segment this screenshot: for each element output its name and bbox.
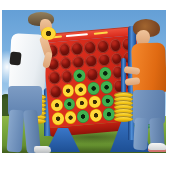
- right-player-arm: [124, 66, 141, 75]
- empty-hole: [71, 42, 84, 56]
- yellow-disc: [76, 96, 89, 110]
- right-player-sneaker: [148, 143, 166, 152]
- empty-hole: [96, 40, 109, 54]
- right-player-leg: [133, 118, 149, 151]
- green-disc: [100, 80, 113, 94]
- empty-hole: [72, 55, 85, 69]
- yellow-disc: [88, 95, 101, 109]
- held-yellow-disc: [41, 27, 56, 40]
- yellow-disc: [90, 109, 103, 123]
- yellow-disc: [75, 83, 88, 97]
- left-player: [2, 10, 72, 153]
- green-disc: [87, 81, 100, 95]
- left-player-sleeve-band: [9, 51, 21, 65]
- empty-hole: [84, 41, 97, 55]
- brand-marks: [94, 32, 108, 35]
- green-disc: [73, 69, 86, 83]
- green-disc: [99, 67, 112, 81]
- empty-hole: [86, 68, 99, 82]
- green-disc: [77, 110, 90, 124]
- right-player: [120, 10, 166, 153]
- empty-hole: [85, 54, 98, 68]
- left-player-shoe: [34, 146, 51, 153]
- left-player-leg: [7, 110, 25, 153]
- photograph: [2, 10, 166, 153]
- empty-hole: [97, 53, 110, 67]
- green-disc: [101, 94, 114, 108]
- photo-frame: [0, 0, 170, 170]
